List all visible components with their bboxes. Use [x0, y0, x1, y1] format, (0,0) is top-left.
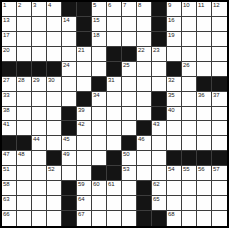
- cell-r13c7[interactable]: 60: [92, 181, 107, 196]
- clue-number: 42: [78, 121, 85, 128]
- clue-number: 67: [78, 211, 85, 218]
- clue-number: 61: [108, 181, 115, 188]
- cell-r12c5[interactable]: [62, 166, 77, 181]
- clue-number: 29: [33, 77, 40, 84]
- cell-r12c15[interactable]: 57: [212, 166, 227, 181]
- cell-r2c13[interactable]: [182, 17, 197, 32]
- cell-r9c13[interactable]: [182, 121, 197, 136]
- cell-r6c5[interactable]: [62, 77, 77, 92]
- cell-r15c5: [62, 211, 77, 226]
- cell-r13c1[interactable]: 58: [2, 181, 17, 196]
- cell-r14c14[interactable]: [197, 196, 212, 211]
- cell-r11c14: [197, 151, 212, 166]
- clue-number: 47: [3, 151, 10, 158]
- cell-r13c13[interactable]: [182, 181, 197, 196]
- cell-r10c2: [17, 136, 32, 151]
- clue-number: 24: [63, 62, 70, 69]
- cell-r3c15[interactable]: [212, 32, 227, 47]
- cell-r4c14[interactable]: [197, 47, 212, 62]
- clue-number: 51: [3, 166, 10, 173]
- cell-r7c1[interactable]: 33: [2, 92, 17, 107]
- cell-r13c9[interactable]: [122, 181, 137, 196]
- cell-r4c9: [122, 47, 137, 62]
- cell-r5c7[interactable]: [92, 62, 107, 77]
- cell-r6c3[interactable]: 29: [32, 77, 47, 92]
- cell-r10c9: [122, 136, 137, 151]
- cell-r6c13[interactable]: [182, 77, 197, 92]
- cell-r14c5: [62, 196, 77, 211]
- cell-r11c15: [212, 151, 227, 166]
- cell-r11c7[interactable]: [92, 151, 107, 166]
- cell-r4c15[interactable]: [212, 47, 227, 62]
- clue-number: 18: [93, 32, 100, 39]
- clue-number: 50: [123, 151, 130, 158]
- cell-r15c14[interactable]: [197, 211, 212, 226]
- cell-r1c6: [77, 2, 92, 17]
- cell-r14c7[interactable]: [92, 196, 107, 211]
- cell-r15c12[interactable]: 68: [167, 211, 182, 226]
- cell-r11c5[interactable]: 49: [62, 151, 77, 166]
- cell-r9c5: [62, 121, 77, 136]
- clue-number: 56: [198, 166, 205, 173]
- cell-r8c13[interactable]: [182, 107, 197, 122]
- cell-r4c6[interactable]: 21: [77, 47, 92, 62]
- clue-number: 40: [168, 107, 175, 114]
- cell-r7c10[interactable]: [137, 92, 152, 107]
- clue-number: 16: [168, 17, 175, 24]
- clue-number: 39: [78, 107, 85, 114]
- clue-number: 19: [168, 32, 175, 39]
- clue-number: 63: [3, 196, 10, 203]
- cell-r15c2[interactable]: [17, 211, 32, 226]
- cell-r14c3[interactable]: [32, 196, 47, 211]
- cell-r8c4[interactable]: [47, 107, 62, 122]
- cell-r2c6: [77, 17, 92, 32]
- cell-r6c2[interactable]: 28: [17, 77, 32, 92]
- cell-r2c1[interactable]: 13: [2, 17, 17, 32]
- cell-r10c12[interactable]: [167, 136, 182, 151]
- cell-r15c10: [137, 211, 152, 226]
- clue-number: 52: [48, 166, 55, 173]
- clue-number: 46: [138, 136, 145, 143]
- cell-r12c9[interactable]: 53: [122, 166, 137, 181]
- cell-r15c9[interactable]: [122, 211, 137, 226]
- cell-r14c2[interactable]: [17, 196, 32, 211]
- cell-r7c4[interactable]: [47, 92, 62, 107]
- cell-r8c12[interactable]: 40: [167, 107, 182, 122]
- cell-r7c2[interactable]: [17, 92, 32, 107]
- clue-number: 49: [63, 151, 70, 158]
- cell-r9c8[interactable]: [107, 121, 122, 136]
- cell-r15c15[interactable]: [212, 211, 227, 226]
- cell-r8c1[interactable]: 38: [2, 107, 17, 122]
- clue-number: 28: [18, 77, 25, 84]
- cell-r3c2[interactable]: [17, 32, 32, 47]
- cell-r11c11[interactable]: [152, 151, 167, 166]
- cell-r3c10[interactable]: [137, 32, 152, 47]
- clue-number: 15: [93, 17, 100, 24]
- cell-r6c1[interactable]: 27: [2, 77, 17, 92]
- clue-number: 68: [168, 211, 175, 218]
- cell-r10c7[interactable]: [92, 136, 107, 151]
- cell-r12c6[interactable]: [77, 166, 92, 181]
- cell-r1c1[interactable]: 1: [2, 2, 17, 17]
- cell-r9c10: [137, 121, 152, 136]
- cell-r5c6[interactable]: [77, 62, 92, 77]
- cell-r14c13[interactable]: [182, 196, 197, 211]
- cell-r5c12: [167, 62, 182, 77]
- cell-r3c6: [77, 32, 92, 47]
- cell-r13c14[interactable]: [197, 181, 212, 196]
- cell-r4c12[interactable]: [167, 47, 182, 62]
- cell-r5c3: [32, 62, 47, 77]
- cell-r2c2[interactable]: [17, 17, 32, 32]
- clue-number: 48: [18, 151, 25, 158]
- cell-r9c2[interactable]: [17, 121, 32, 136]
- cell-r4c13[interactable]: [182, 47, 197, 62]
- cell-r6c6[interactable]: [77, 77, 92, 92]
- cell-r8c8[interactable]: [107, 107, 122, 122]
- cell-r9c14[interactable]: [197, 121, 212, 136]
- cell-r13c15[interactable]: [212, 181, 227, 196]
- clue-number: 34: [93, 92, 100, 99]
- cell-r4c4[interactable]: [47, 47, 62, 62]
- clue-number: 23: [153, 47, 160, 54]
- cell-r5c9[interactable]: 25: [122, 62, 137, 77]
- clue-number: 33: [3, 92, 10, 99]
- cell-r9c6[interactable]: 42: [77, 121, 92, 136]
- cell-r8c3[interactable]: [32, 107, 47, 122]
- cell-r6c11[interactable]: [152, 77, 167, 92]
- crossword-board: 1234567891011121314151617181920212223242…: [0, 0, 229, 228]
- clue-number: 31: [108, 77, 115, 84]
- cell-r12c4[interactable]: 52: [47, 166, 62, 181]
- cell-r15c11: [152, 211, 167, 226]
- clue-number: 45: [63, 136, 70, 143]
- cell-r2c10[interactable]: [137, 17, 152, 32]
- cell-r11c13: [182, 151, 197, 166]
- cell-r12c7: [92, 166, 107, 181]
- cell-r15c1[interactable]: 66: [2, 211, 17, 226]
- clue-number: 4: [48, 2, 51, 9]
- cell-r8c7[interactable]: [92, 107, 107, 122]
- cell-r2c3[interactable]: [32, 17, 47, 32]
- cell-r15c6[interactable]: 67: [77, 211, 92, 226]
- clue-number: 3: [33, 2, 36, 9]
- clue-number: 14: [63, 17, 70, 24]
- cell-r4c11[interactable]: 23: [152, 47, 167, 62]
- cell-r4c8: [107, 47, 122, 62]
- cell-r1c9[interactable]: 7: [122, 2, 137, 17]
- cell-r1c2[interactable]: 2: [17, 2, 32, 17]
- cell-r12c13[interactable]: 55: [182, 166, 197, 181]
- cell-r10c15[interactable]: [212, 136, 227, 151]
- cell-r2c12[interactable]: 16: [167, 17, 182, 32]
- cell-r10c1: [2, 136, 17, 151]
- cell-r3c8[interactable]: [107, 32, 122, 47]
- cell-r12c11[interactable]: [152, 166, 167, 181]
- cell-r3c12[interactable]: 19: [167, 32, 182, 47]
- cell-r6c7: [92, 77, 107, 92]
- clue-number: 38: [3, 107, 10, 114]
- cell-r1c11: [152, 2, 167, 17]
- clue-number: 66: [3, 211, 10, 218]
- cell-r8c9[interactable]: [122, 107, 137, 122]
- cell-r10c14[interactable]: [197, 136, 212, 151]
- cell-r8c15[interactable]: [212, 107, 227, 122]
- cell-r11c1[interactable]: 47: [2, 151, 17, 166]
- cell-r12c8: [107, 166, 122, 181]
- cell-r3c1[interactable]: 17: [2, 32, 17, 47]
- cell-r12c10[interactable]: [137, 166, 152, 181]
- cell-r5c15[interactable]: [212, 62, 227, 77]
- cell-r2c15[interactable]: [212, 17, 227, 32]
- clue-number: 65: [153, 196, 160, 203]
- cell-r5c5[interactable]: 24: [62, 62, 77, 77]
- cell-r6c14: [197, 77, 212, 92]
- cell-r15c8[interactable]: [107, 211, 122, 226]
- clue-number: 37: [213, 92, 220, 99]
- clue-number: 1: [3, 2, 6, 9]
- clue-number: 55: [183, 166, 190, 173]
- cell-r1c3[interactable]: 3: [32, 2, 47, 17]
- cell-r13c12[interactable]: [167, 181, 182, 196]
- cell-r1c10[interactable]: 8: [137, 2, 152, 17]
- cell-r1c14[interactable]: 11: [197, 2, 212, 17]
- clue-number: 6: [108, 2, 111, 9]
- cell-r10c6[interactable]: [77, 136, 92, 151]
- cell-r6c9[interactable]: [122, 77, 137, 92]
- cell-r13c10: [137, 181, 152, 196]
- cell-r14c4[interactable]: [47, 196, 62, 211]
- cell-r9c7[interactable]: [92, 121, 107, 136]
- clue-number: 58: [3, 181, 10, 188]
- clue-number: 13: [3, 17, 10, 24]
- clue-number: 62: [153, 181, 160, 188]
- clue-number: 60: [93, 181, 100, 188]
- cell-r3c3[interactable]: [32, 32, 47, 47]
- cell-r14c11[interactable]: 65: [152, 196, 167, 211]
- cell-r7c9[interactable]: [122, 92, 137, 107]
- cell-r3c11: [152, 32, 167, 47]
- clue-number: 26: [183, 62, 190, 69]
- cell-r7c14[interactable]: 36: [197, 92, 212, 107]
- cell-r3c7[interactable]: 18: [92, 32, 107, 47]
- cell-r5c1: [2, 62, 17, 77]
- cell-r11c12: [167, 151, 182, 166]
- cell-r10c11[interactable]: [152, 136, 167, 151]
- cell-r7c13[interactable]: [182, 92, 197, 107]
- cell-r3c13[interactable]: [182, 32, 197, 47]
- cell-r1c5: [62, 2, 77, 17]
- cell-r12c14[interactable]: 56: [197, 166, 212, 181]
- cell-r9c12[interactable]: [167, 121, 182, 136]
- cell-r1c13[interactable]: 10: [182, 2, 197, 17]
- cell-r14c9[interactable]: [122, 196, 137, 211]
- cell-r10c3[interactable]: 44: [32, 136, 47, 151]
- cell-r9c3[interactable]: [32, 121, 47, 136]
- cell-r13c8[interactable]: 61: [107, 181, 122, 196]
- cell-r3c14[interactable]: [197, 32, 212, 47]
- cell-r4c3[interactable]: [32, 47, 47, 62]
- cell-r3c9[interactable]: [122, 32, 137, 47]
- clue-number: 27: [3, 77, 10, 84]
- cell-r13c11[interactable]: 62: [152, 181, 167, 196]
- cell-r14c1[interactable]: 63: [2, 196, 17, 211]
- cell-r3c5[interactable]: [62, 32, 77, 47]
- cell-r8c5: [62, 107, 77, 122]
- cell-r14c10: [137, 196, 152, 211]
- cell-r1c15[interactable]: 12: [212, 2, 227, 17]
- cell-r6c4[interactable]: 30: [47, 77, 62, 92]
- cell-r11c10[interactable]: [137, 151, 152, 166]
- cell-r10c13[interactable]: [182, 136, 197, 151]
- cell-r1c4[interactable]: 4: [47, 2, 62, 17]
- cell-r6c8[interactable]: 31: [107, 77, 122, 92]
- cell-r9c4[interactable]: [47, 121, 62, 136]
- clue-number: 21: [78, 47, 85, 54]
- cell-r10c4[interactable]: [47, 136, 62, 151]
- cell-r5c8: [107, 62, 122, 77]
- clue-number: 44: [33, 136, 40, 143]
- cell-r10c5[interactable]: 45: [62, 136, 77, 151]
- clue-number: 43: [153, 121, 160, 128]
- cell-r9c15[interactable]: [212, 121, 227, 136]
- cell-r1c12[interactable]: 9: [167, 2, 182, 17]
- clue-number: 5: [93, 2, 96, 9]
- clue-number: 25: [123, 62, 130, 69]
- cell-r5c14[interactable]: [197, 62, 212, 77]
- cell-r4c7[interactable]: [92, 47, 107, 62]
- cell-r7c5[interactable]: [62, 92, 77, 107]
- cell-r7c6: [77, 92, 92, 107]
- clue-number: 59: [78, 181, 85, 188]
- cell-r15c3[interactable]: [32, 211, 47, 226]
- cell-r5c10[interactable]: [137, 62, 152, 77]
- cell-r8c14[interactable]: [197, 107, 212, 122]
- cell-r10c10[interactable]: 46: [137, 136, 152, 151]
- clue-number: 20: [3, 47, 10, 54]
- cell-r2c4[interactable]: [47, 17, 62, 32]
- cell-r7c3[interactable]: [32, 92, 47, 107]
- clue-number: 53: [123, 166, 130, 173]
- cell-r10c8[interactable]: [107, 136, 122, 151]
- cell-r6c12[interactable]: 32: [167, 77, 182, 92]
- clue-number: 41: [3, 121, 10, 128]
- cell-r11c8: [107, 151, 122, 166]
- clue-number: 17: [3, 32, 10, 39]
- cell-r6c10[interactable]: [137, 77, 152, 92]
- clue-number: 22: [138, 47, 145, 54]
- cell-r5c11[interactable]: [152, 62, 167, 77]
- cell-r5c2: [17, 62, 32, 77]
- cell-r5c4: [47, 62, 62, 77]
- cell-r11c4: [47, 151, 62, 166]
- cell-r8c10[interactable]: [137, 107, 152, 122]
- cell-r14c15[interactable]: [212, 196, 227, 211]
- cell-r2c5[interactable]: 14: [62, 17, 77, 32]
- cell-r13c5: [62, 181, 77, 196]
- cell-r2c9[interactable]: [122, 17, 137, 32]
- cell-r9c11[interactable]: 43: [152, 121, 167, 136]
- clue-number: 57: [213, 166, 220, 173]
- cell-r7c7[interactable]: 34: [92, 92, 107, 107]
- cell-r14c6[interactable]: 64: [77, 196, 92, 211]
- clue-number: 9: [168, 2, 171, 9]
- cell-r12c2[interactable]: [17, 166, 32, 181]
- cell-r15c13[interactable]: [182, 211, 197, 226]
- cell-r11c2[interactable]: 48: [17, 151, 32, 166]
- cell-r8c11: [152, 107, 167, 122]
- cell-r4c10[interactable]: 22: [137, 47, 152, 62]
- cell-r9c9[interactable]: [122, 121, 137, 136]
- clue-number: 7: [123, 2, 126, 9]
- clue-number: 11: [198, 2, 204, 9]
- cell-r7c15[interactable]: 37: [212, 92, 227, 107]
- clue-number: 35: [168, 92, 175, 99]
- cell-r2c14[interactable]: [197, 17, 212, 32]
- clue-number: 64: [78, 196, 85, 203]
- clue-number: 30: [48, 77, 55, 84]
- cell-r1c8[interactable]: 6: [107, 2, 122, 17]
- cell-r4c2[interactable]: [17, 47, 32, 62]
- cell-r14c12[interactable]: [167, 196, 182, 211]
- cell-r2c11: [152, 17, 167, 32]
- clue-number: 2: [18, 2, 21, 9]
- cell-r11c6[interactable]: [77, 151, 92, 166]
- cell-r7c8[interactable]: [107, 92, 122, 107]
- cell-r6c15: [212, 77, 227, 92]
- cell-r4c1[interactable]: 20: [2, 47, 17, 62]
- cell-r12c3[interactable]: [32, 166, 47, 181]
- cell-r11c3[interactable]: [32, 151, 47, 166]
- clue-number: 12: [213, 2, 220, 9]
- cell-r2c8[interactable]: [107, 17, 122, 32]
- clue-number: 32: [168, 77, 175, 84]
- cell-r7c11: [152, 92, 167, 107]
- cell-r15c7[interactable]: [92, 211, 107, 226]
- cell-r14c8[interactable]: [107, 196, 122, 211]
- clue-number: 8: [138, 2, 141, 9]
- clue-number: 10: [183, 2, 190, 9]
- cell-r5c13[interactable]: 26: [182, 62, 197, 77]
- cell-r13c3[interactable]: [32, 181, 47, 196]
- cell-r9c1[interactable]: 41: [2, 121, 17, 136]
- cell-r8c6[interactable]: 39: [77, 107, 92, 122]
- cell-r4c5[interactable]: [62, 47, 77, 62]
- clue-number: 36: [198, 92, 205, 99]
- cell-r2c7[interactable]: 15: [92, 17, 107, 32]
- cell-r1c7[interactable]: 5: [92, 2, 107, 17]
- cell-r13c4[interactable]: [47, 181, 62, 196]
- cell-r3c4[interactable]: [47, 32, 62, 47]
- cell-r12c12[interactable]: 54: [167, 166, 182, 181]
- cell-r8c2[interactable]: [17, 107, 32, 122]
- clue-number: 54: [168, 166, 175, 173]
- cell-r15c4[interactable]: [47, 211, 62, 226]
- cell-r13c6[interactable]: 59: [77, 181, 92, 196]
- cell-r7c12[interactable]: 35: [167, 92, 182, 107]
- cell-r12c1[interactable]: 51: [2, 166, 17, 181]
- cell-r13c2[interactable]: [17, 181, 32, 196]
- cell-r11c9[interactable]: 50: [122, 151, 137, 166]
